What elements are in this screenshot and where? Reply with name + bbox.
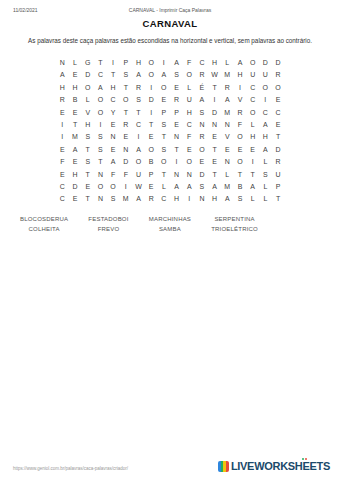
grid-cell: N — [196, 193, 209, 205]
grid-cell: A — [132, 69, 145, 81]
grid-cell: R — [221, 82, 234, 94]
grid-cell: S — [119, 69, 132, 81]
grid-cell: L — [221, 169, 234, 181]
grid-cell: O — [183, 69, 196, 81]
grid-cell: E — [158, 94, 171, 106]
grid-cell: U — [183, 94, 196, 106]
grid-cell: A — [56, 69, 69, 81]
grid-cell: O — [158, 156, 171, 168]
grid-cell: E — [208, 156, 221, 168]
grid-cell: L — [158, 181, 171, 193]
grid-cell: W — [132, 181, 145, 193]
grid-cell: O — [196, 144, 209, 156]
grid-cell: S — [196, 181, 209, 193]
grid-cell: E — [183, 144, 196, 156]
instructions-text: As palavras deste caça palavras estão es… — [0, 37, 340, 44]
grid-cell: C — [158, 193, 171, 205]
grid-cell: N — [94, 193, 107, 205]
grid-cell: N — [208, 119, 221, 131]
grid-cell: H — [170, 193, 183, 205]
grid-cell: E — [107, 144, 120, 156]
grid-cell: T — [246, 169, 259, 181]
grid-cell: I — [259, 94, 272, 106]
grid-cell: F — [183, 57, 196, 69]
puzzle-title: CARNAVAL — [0, 18, 340, 29]
grid-cell: P — [170, 107, 183, 119]
grid-cell: H — [81, 119, 94, 131]
grid-cell: A — [132, 193, 145, 205]
grid-cell: R — [56, 94, 69, 106]
grid-cell: E — [246, 144, 259, 156]
grid-cell: T — [69, 119, 82, 131]
grid-cell: O — [94, 181, 107, 193]
grid-cell: O — [94, 107, 107, 119]
grid-cell: H — [208, 57, 221, 69]
grid-cell: W — [208, 69, 221, 81]
grid-cell: S — [196, 107, 209, 119]
word-list-column: MARCHINHAS SAMBA — [149, 214, 191, 234]
grid-cell: E — [107, 119, 120, 131]
grid-cell: T — [94, 57, 107, 69]
grid-cell: M — [119, 193, 132, 205]
grid-cell: O — [158, 82, 171, 94]
grid-cell: I — [158, 57, 171, 69]
grid-cell: S — [81, 156, 94, 168]
grid-cell: E — [56, 169, 69, 181]
grid-cell: T — [170, 144, 183, 156]
grid-cell: C — [272, 107, 285, 119]
grid-cell: R — [234, 107, 247, 119]
grid-cell: N — [221, 156, 234, 168]
grid-cell: L — [246, 193, 259, 205]
word-list-item: TRIOELÉTRICO — [211, 224, 258, 234]
grid-cell: T — [132, 107, 145, 119]
grid-cell: G — [81, 57, 94, 69]
grid-cell: T — [208, 144, 221, 156]
grid-cell: B — [145, 156, 158, 168]
grid-cell: E — [196, 156, 209, 168]
grid-cell: P — [119, 57, 132, 69]
grid-cell: T — [158, 169, 171, 181]
grid-cell: T — [81, 193, 94, 205]
grid-cell: P — [145, 169, 158, 181]
grid-cell: I — [183, 193, 196, 205]
grid-cell: E — [69, 69, 82, 81]
grid-cell: I — [170, 156, 183, 168]
grid-cell: N — [56, 57, 69, 69]
grid-cell: A — [69, 144, 82, 156]
grid-cell: C — [56, 181, 69, 193]
grid-cell: C — [183, 119, 196, 131]
grid-cell: O — [119, 94, 132, 106]
grid-cell: A — [208, 181, 221, 193]
grid-cell: I — [246, 156, 259, 168]
grid-cell: S — [107, 193, 120, 205]
grid-cell: H — [234, 69, 247, 81]
grid-cell: U — [246, 69, 259, 81]
grid-cell: A — [246, 181, 259, 193]
grid-cell: A — [183, 181, 196, 193]
grid-cell: T — [272, 193, 285, 205]
word-list-item: SERPENTINA — [214, 214, 254, 224]
grid-cell: D — [208, 107, 221, 119]
grid-cell: R — [272, 69, 285, 81]
grid-cell: O — [107, 181, 120, 193]
grid-cell: L — [81, 94, 94, 106]
grid-cell: A — [170, 57, 183, 69]
liveworksheets-logo[interactable]: LIVEWORKSHEETS — [218, 460, 330, 472]
grid-cell: E — [119, 131, 132, 143]
grid-cell: A — [221, 94, 234, 106]
grid-cell: D — [145, 94, 158, 106]
grid-cell: S — [158, 144, 171, 156]
grid-cell: E — [272, 94, 285, 106]
word-list-column: SERPENTINA TRIOELÉTRICO — [211, 214, 258, 234]
grid-cell: N — [94, 169, 107, 181]
grid-cell: O — [145, 57, 158, 69]
grid-cell: L — [259, 193, 272, 205]
word-list-item: FESTADOBOI — [88, 214, 128, 224]
grid-cell: C — [196, 57, 209, 69]
grid-cell: E — [145, 131, 158, 143]
grid-cell: C — [132, 119, 145, 131]
grid-cell: N — [221, 119, 234, 131]
grid-cell: R — [132, 82, 145, 94]
grid-cell: A — [170, 181, 183, 193]
grid-cell: H — [56, 82, 69, 94]
word-list-item: COLHEITA — [29, 224, 60, 234]
grid-cell: C — [246, 94, 259, 106]
word-list-column: BLOCOSDERUA COLHEITA — [20, 214, 68, 234]
grid-cell: A — [259, 119, 272, 131]
grid-cell: O — [272, 82, 285, 94]
grid-cell: S — [81, 131, 94, 143]
grid-cell: T — [234, 169, 247, 181]
grid-cell: I — [107, 57, 120, 69]
grid-cell: I — [145, 82, 158, 94]
grid-cell: F — [234, 119, 247, 131]
word-list-item: SAMBA — [159, 224, 181, 234]
word-grid: NLGTIPHOIAFCHLAODDAEDCTSAOASORWMHUURHHOA… — [56, 57, 284, 206]
grid-cell: D — [259, 57, 272, 69]
grid-cell: U — [272, 169, 285, 181]
grid-cell: A — [107, 156, 120, 168]
grid-cell: O — [81, 82, 94, 94]
grid-cell: C — [107, 94, 120, 106]
grid-cell: R — [196, 131, 209, 143]
grid-cell: V — [221, 131, 234, 143]
grid-cell: D — [81, 69, 94, 81]
grid-cell: C — [94, 69, 107, 81]
grid-cell: A — [132, 144, 145, 156]
grid-cell: O — [234, 156, 247, 168]
grid-cell: S — [158, 119, 171, 131]
grid-cell: I — [208, 94, 221, 106]
grid-cell: R — [145, 193, 158, 205]
grid-cell: T — [208, 169, 221, 181]
grid-cell: E — [272, 119, 285, 131]
grid-cell: O — [145, 69, 158, 81]
grid-cell: H — [246, 131, 259, 143]
grid-cell: A — [234, 57, 247, 69]
grid-cell: E — [234, 144, 247, 156]
grid-cell: N — [170, 131, 183, 143]
grid-cell: F — [119, 169, 132, 181]
grid-cell: E — [69, 193, 82, 205]
grid-cell: P — [158, 107, 171, 119]
grid-cell: H — [183, 107, 196, 119]
grid-cell: E — [170, 119, 183, 131]
grid-cell: L — [246, 119, 259, 131]
grid-cell: A — [221, 193, 234, 205]
grid-cell: D — [119, 156, 132, 168]
grid-cell: A — [259, 144, 272, 156]
word-list-column: FESTADOBOI FREVO — [88, 214, 128, 234]
grid-cell: I — [56, 131, 69, 143]
grid-cell: A — [158, 69, 171, 81]
print-preview-page: 11/02/2021 CARNAVAL - Imprimir Caça Pala… — [0, 0, 340, 480]
grid-cell: E — [69, 107, 82, 119]
grid-cell: N — [183, 169, 196, 181]
grid-cell: N — [107, 131, 120, 143]
grid-cell: F — [183, 131, 196, 143]
grid-cell: R — [196, 69, 209, 81]
grid-cell: T — [81, 144, 94, 156]
grid-cell: T — [272, 131, 285, 143]
grid-cell: O — [183, 156, 196, 168]
grid-cell: T — [119, 107, 132, 119]
grid-cell: E — [145, 181, 158, 193]
word-list-item: MARCHINHAS — [149, 214, 191, 224]
grid-cell: L — [259, 156, 272, 168]
grid-cell: S — [94, 131, 107, 143]
grid-cell: Y — [107, 107, 120, 119]
grid-cell: I — [234, 82, 247, 94]
grid-cell: T — [81, 169, 94, 181]
grid-cell: H — [208, 193, 221, 205]
grid-cell: L — [69, 57, 82, 69]
grid-cell: O — [145, 144, 158, 156]
grid-cell: I — [132, 131, 145, 143]
grid-cell: O — [246, 57, 259, 69]
grid-cell: T — [158, 131, 171, 143]
grid-cell: L — [221, 57, 234, 69]
source-url-link[interactable]: https://www.geniol.com.br/palavras/caca-… — [13, 466, 128, 471]
grid-cell: R — [119, 119, 132, 131]
grid-cell: S — [170, 69, 183, 81]
grid-cell: N — [119, 144, 132, 156]
grid-cell: E — [81, 181, 94, 193]
grid-cell: I — [94, 119, 107, 131]
grid-cell: B — [234, 181, 247, 193]
grid-cell: O — [246, 107, 259, 119]
word-list-item: FREVO — [98, 224, 120, 234]
grid-cell: E — [56, 107, 69, 119]
grid-cell: B — [69, 94, 82, 106]
grid-cell: D — [196, 169, 209, 181]
grid-cell: C — [259, 107, 272, 119]
grid-cell: U — [259, 69, 272, 81]
grid-cell: R — [170, 94, 183, 106]
grid-cell: E — [221, 144, 234, 156]
grid-cell: H — [69, 169, 82, 181]
grid-cell: O — [94, 94, 107, 106]
grid-cell: C — [246, 82, 259, 94]
grid-cell: M — [221, 181, 234, 193]
grid-cell: N — [170, 169, 183, 181]
grid-cell: M — [69, 131, 82, 143]
grid-cell: I — [145, 107, 158, 119]
grid-cell: S — [94, 144, 107, 156]
grid-cell: I — [56, 119, 69, 131]
logo-accent-dots — [302, 458, 307, 460]
grid-cell: L — [183, 82, 196, 94]
grid-cell: A — [196, 94, 209, 106]
grid-cell: D — [272, 57, 285, 69]
grid-cell: H — [69, 82, 82, 94]
grid-cell: O — [234, 131, 247, 143]
grid-cell: E — [56, 144, 69, 156]
grid-cell: A — [94, 82, 107, 94]
grid-cell: P — [272, 181, 285, 193]
grid-cell: V — [81, 107, 94, 119]
grid-cell: E — [170, 82, 183, 94]
grid-cell: O — [132, 156, 145, 168]
grid-cell: M — [221, 69, 234, 81]
grid-cell: M — [221, 107, 234, 119]
grid-cell: É — [196, 82, 209, 94]
grid-cell: H — [107, 82, 120, 94]
grid-cell: H — [259, 131, 272, 143]
grid-cell: T — [208, 82, 221, 94]
grid-cell: S — [259, 169, 272, 181]
grid-cell: O — [259, 82, 272, 94]
grid-cell: T — [94, 156, 107, 168]
grid-cell: I — [119, 181, 132, 193]
grid-cell: N — [196, 119, 209, 131]
grid-cell: V — [234, 94, 247, 106]
liveworksheets-icon — [218, 461, 229, 472]
grid-cell: H — [132, 57, 145, 69]
word-list: BLOCOSDERUA COLHEITA FESTADOBOI FREVO MA… — [20, 214, 258, 234]
grid-cell: S — [234, 193, 247, 205]
grid-cell: E — [69, 156, 82, 168]
grid-cell: C — [56, 193, 69, 205]
liveworksheets-wordmark: LIVEWORKSHEETS — [231, 460, 330, 472]
grid-cell: T — [107, 69, 120, 81]
grid-cell: E — [208, 131, 221, 143]
grid-cell: T — [119, 82, 132, 94]
header-doc-title: CARNAVAL - Imprimir Caça Palavras — [0, 7, 340, 13]
grid-cell: D — [272, 144, 285, 156]
grid-cell: S — [132, 94, 145, 106]
grid-cell: F — [56, 156, 69, 168]
grid-cell: L — [259, 181, 272, 193]
grid-cell: T — [145, 119, 158, 131]
grid-cell: U — [132, 169, 145, 181]
grid-cell: D — [69, 181, 82, 193]
grid-cell: F — [107, 169, 120, 181]
grid-cell: R — [272, 156, 285, 168]
word-list-item: BLOCOSDERUA — [20, 214, 68, 224]
